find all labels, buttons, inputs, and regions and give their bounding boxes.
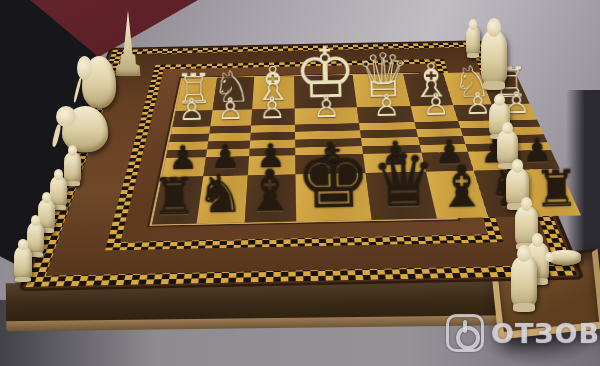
otzovik-logo-icon [446, 314, 484, 352]
watermark: ОТЗОВИК [446, 314, 600, 352]
rail-figurines-layer [0, 0, 600, 366]
watermark-text: ОТЗОВИК [491, 318, 600, 349]
ivory-obelisk [114, 10, 142, 76]
ivory-figurine [64, 152, 81, 184]
ivory-lying [549, 250, 581, 265]
ivory-figurine [511, 256, 537, 308]
ivory-figurine [466, 26, 480, 56]
ivory-figurine [14, 246, 32, 280]
ivory-figurine [481, 30, 507, 86]
ivory-elephant [82, 56, 116, 108]
